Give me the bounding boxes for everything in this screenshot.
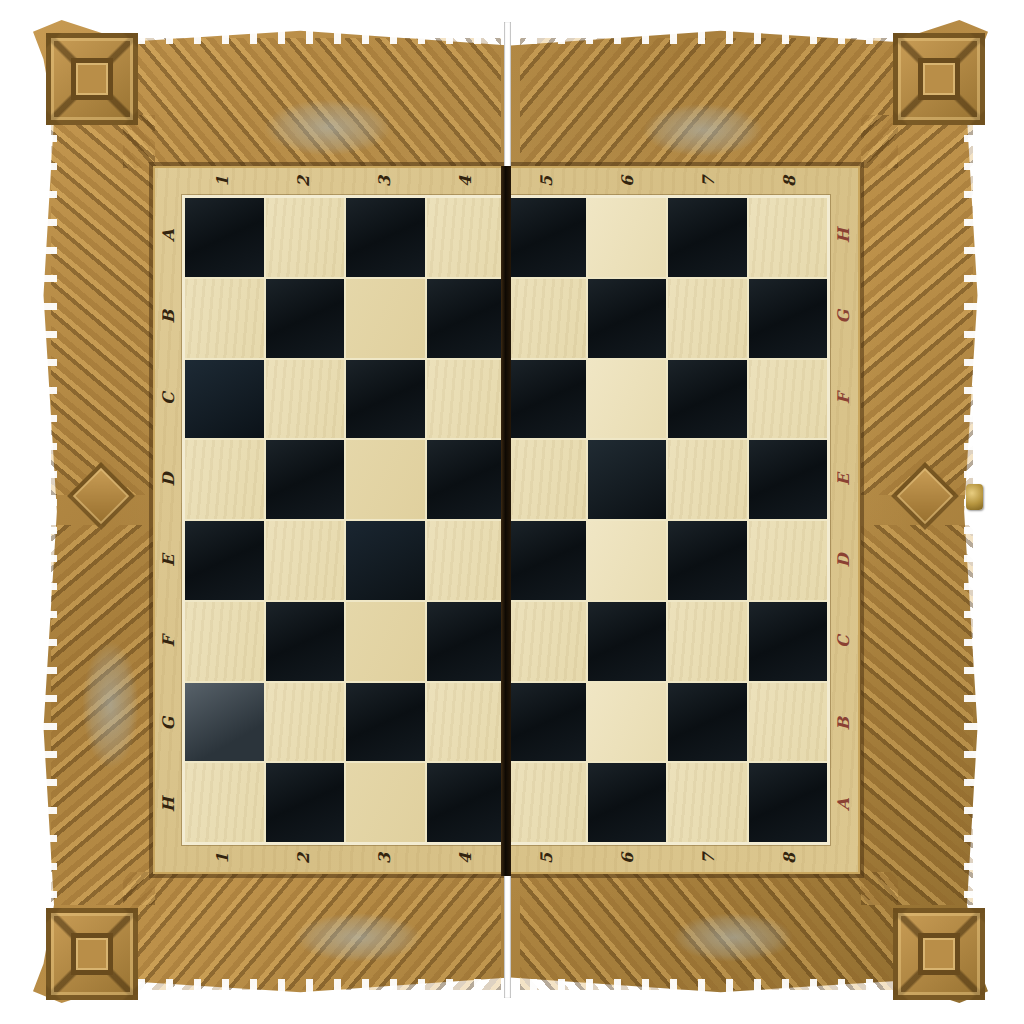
square-d3[interactable]	[346, 440, 425, 519]
coord-bottom-3: 3	[371, 818, 398, 899]
hinge-gap-bottom	[504, 874, 511, 998]
coord-bottom-4: 4	[452, 818, 479, 899]
coord-top-6: 6	[614, 141, 641, 222]
square-e6[interactable]	[588, 521, 667, 600]
square-e2[interactable]	[266, 521, 345, 600]
corner-carving-top-left	[46, 33, 138, 125]
square-b2[interactable]	[266, 279, 345, 358]
coord-right-a: A	[803, 790, 884, 818]
chess-board-box: 12345678 12345678 ABCDEFGH HGFEDCBA	[33, 20, 988, 1003]
coord-right-c: C	[803, 628, 884, 656]
square-g4[interactable]	[427, 683, 506, 762]
coord-left-c: C	[128, 385, 209, 412]
square-b3[interactable]	[346, 279, 425, 358]
square-c3[interactable]	[346, 360, 425, 439]
square-e3[interactable]	[346, 521, 425, 600]
square-g2[interactable]	[266, 683, 345, 762]
coord-top-3: 3	[371, 141, 398, 222]
brass-clasp-pin	[966, 484, 983, 510]
square-f3[interactable]	[346, 602, 425, 681]
square-e4[interactable]	[427, 521, 506, 600]
coord-right-g: G	[803, 303, 884, 331]
square-c7[interactable]	[668, 360, 747, 439]
square-b7[interactable]	[668, 279, 747, 358]
square-d2[interactable]	[266, 440, 345, 519]
corner-inner-square	[71, 933, 113, 975]
coord-bottom-6: 6	[614, 818, 641, 899]
coord-right-b: B	[803, 709, 884, 737]
square-c6[interactable]	[588, 360, 667, 439]
notches-left-edge	[41, 125, 57, 898]
coords-right: HGFEDCBA	[830, 195, 858, 845]
square-f5[interactable]	[507, 602, 586, 681]
corner-carving-top-right	[893, 33, 985, 125]
square-g6[interactable]	[588, 683, 667, 762]
coord-left-h: H	[128, 791, 209, 818]
coord-right-h: H	[803, 222, 884, 250]
square-c5[interactable]	[507, 360, 586, 439]
coord-top-4: 4	[452, 141, 479, 222]
coord-left-f: F	[128, 628, 209, 655]
coord-left-g: G	[128, 710, 209, 737]
square-b5[interactable]	[507, 279, 586, 358]
hinge-gap-top	[504, 22, 511, 168]
corner-carving-bottom-left	[46, 908, 138, 1000]
coord-bottom-2: 2	[290, 818, 317, 899]
corner-inner-square	[918, 58, 960, 100]
square-e7[interactable]	[668, 521, 747, 600]
square-d7[interactable]	[668, 440, 747, 519]
coord-bottom-1: 1	[209, 818, 236, 899]
notches-right-edge	[964, 125, 980, 898]
square-d6[interactable]	[588, 440, 667, 519]
coord-bottom-5: 5	[533, 818, 560, 899]
coord-bottom-8: 8	[776, 818, 803, 899]
hinge-fold-line	[501, 166, 511, 876]
square-f4[interactable]	[427, 602, 506, 681]
coord-right-d: D	[803, 547, 884, 575]
corner-inner-square	[918, 933, 960, 975]
square-b4[interactable]	[427, 279, 506, 358]
square-f7[interactable]	[668, 602, 747, 681]
coord-top-2: 2	[290, 141, 317, 222]
square-d4[interactable]	[427, 440, 506, 519]
square-f2[interactable]	[266, 602, 345, 681]
corner-carving-bottom-right	[893, 908, 985, 1000]
square-g5[interactable]	[507, 683, 586, 762]
square-e5[interactable]	[507, 521, 586, 600]
coord-left-a: A	[128, 222, 209, 249]
square-c2[interactable]	[266, 360, 345, 439]
coord-top-1: 1	[209, 141, 236, 222]
coord-right-e: E	[803, 465, 884, 493]
coord-left-d: D	[128, 466, 209, 493]
coord-left-b: B	[128, 303, 209, 330]
square-d5[interactable]	[507, 440, 586, 519]
coord-bottom-7: 7	[695, 818, 722, 899]
coord-top-7: 7	[695, 141, 722, 222]
coords-left: ABCDEFGH	[155, 195, 182, 845]
coord-right-f: F	[803, 384, 884, 412]
coord-left-e: E	[128, 547, 209, 574]
square-b6[interactable]	[588, 279, 667, 358]
coord-top-8: 8	[776, 141, 803, 222]
square-g7[interactable]	[668, 683, 747, 762]
square-c4[interactable]	[427, 360, 506, 439]
square-g3[interactable]	[346, 683, 425, 762]
square-f6[interactable]	[588, 602, 667, 681]
coord-top-5: 5	[533, 141, 560, 222]
corner-inner-square	[71, 58, 113, 100]
